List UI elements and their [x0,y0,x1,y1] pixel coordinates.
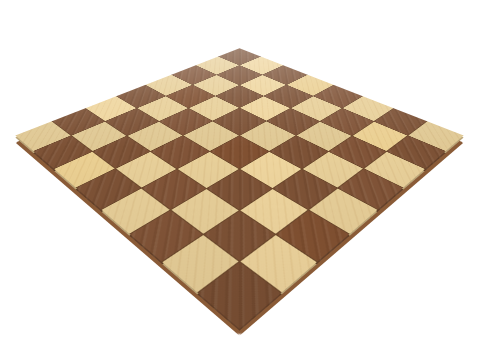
product-photo-background [0,0,480,360]
chessboard [15,48,463,328]
